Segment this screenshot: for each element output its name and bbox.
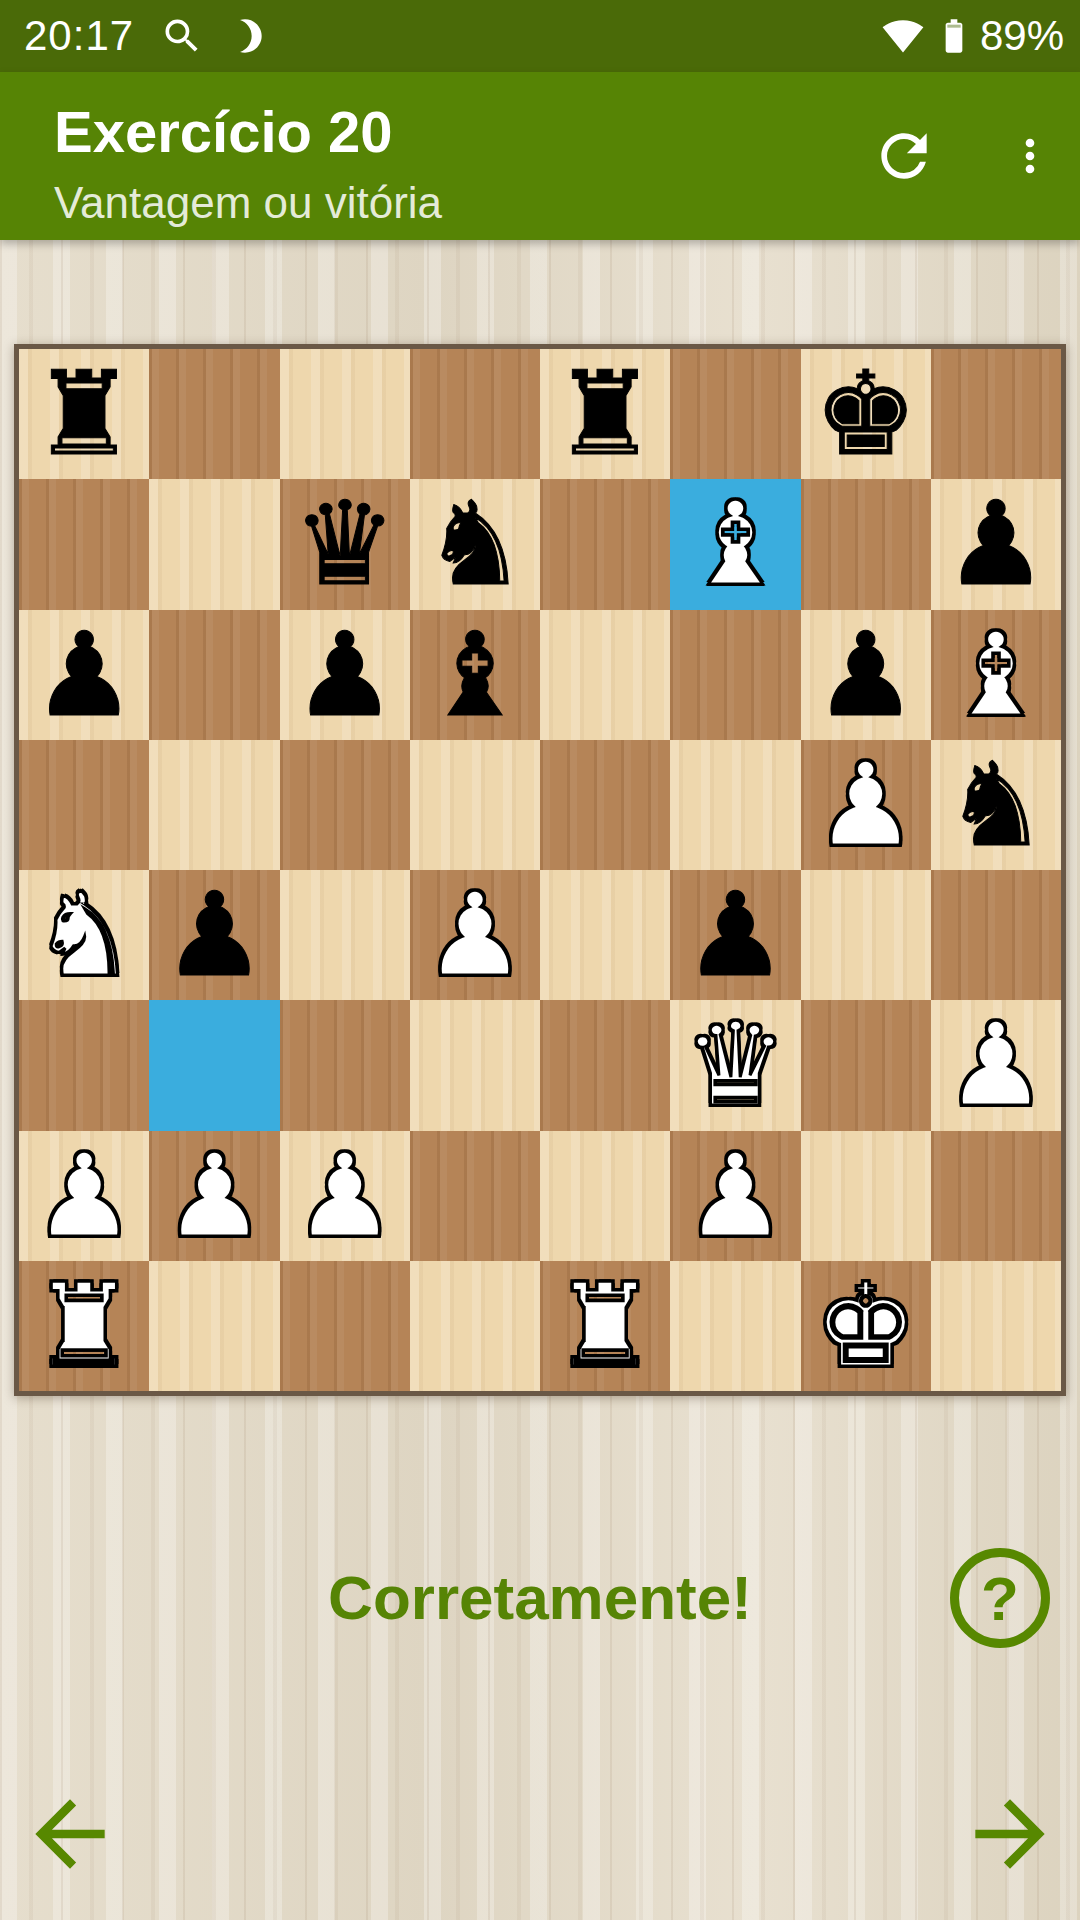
square-a8[interactable]: ♜: [19, 349, 149, 479]
square-h3[interactable]: ♟: [931, 1000, 1061, 1130]
previous-exercise-button[interactable]: [14, 1778, 126, 1890]
piece-bP-h7[interactable]: ♟: [944, 479, 1048, 609]
piece-wP-c2[interactable]: ♟: [293, 1131, 397, 1261]
chess-board: ♜♜♚♛♞♝♟♟♟♝♟♝♟♞♞♟♟♟♛♟♟♟♟♟♜♜♚: [14, 344, 1066, 1396]
piece-wP-f2[interactable]: ♟: [683, 1131, 787, 1261]
arrow-forward-icon: [958, 1782, 1062, 1886]
piece-wR-e1[interactable]: ♜: [553, 1261, 657, 1391]
square-e1[interactable]: ♜: [540, 1261, 670, 1391]
help-button[interactable]: ?: [950, 1548, 1050, 1648]
app-bar: Exercício 20 Vantagem ou vitória: [0, 72, 1080, 240]
square-g6[interactable]: ♟: [801, 610, 931, 740]
square-e8[interactable]: ♜: [540, 349, 670, 479]
square-e5[interactable]: [540, 740, 670, 870]
square-d5[interactable]: [410, 740, 540, 870]
square-g5[interactable]: ♟: [801, 740, 931, 870]
square-c5[interactable]: [280, 740, 410, 870]
square-b2[interactable]: ♟: [149, 1131, 279, 1261]
square-c2[interactable]: ♟: [280, 1131, 410, 1261]
status-bar: 20:17 89%: [0, 0, 1080, 72]
square-c1[interactable]: [280, 1261, 410, 1391]
square-a7[interactable]: [19, 479, 149, 609]
moon-icon: [230, 16, 270, 56]
refresh-button[interactable]: [870, 122, 938, 190]
square-h2[interactable]: [931, 1131, 1061, 1261]
wifi-icon: [882, 15, 924, 57]
square-f2[interactable]: ♟: [670, 1131, 800, 1261]
square-h5[interactable]: ♞: [931, 740, 1061, 870]
square-a1[interactable]: ♜: [19, 1261, 149, 1391]
piece-bP-g6[interactable]: ♟: [814, 610, 918, 740]
square-h7[interactable]: ♟: [931, 479, 1061, 609]
piece-bN-h5[interactable]: ♞: [944, 740, 1048, 870]
appbar-actions: [870, 72, 1056, 240]
piece-bB-d6[interactable]: ♝: [423, 610, 527, 740]
square-a3[interactable]: [19, 1000, 149, 1130]
piece-wP-g5[interactable]: ♟: [814, 740, 918, 870]
piece-wQ-f3[interactable]: ♛: [683, 1000, 787, 1130]
square-g8[interactable]: ♚: [801, 349, 931, 479]
square-c4[interactable]: [280, 870, 410, 1000]
square-f5[interactable]: [670, 740, 800, 870]
square-f4[interactable]: ♟: [670, 870, 800, 1000]
square-f1[interactable]: [670, 1261, 800, 1391]
square-b8[interactable]: [149, 349, 279, 479]
square-a6[interactable]: ♟: [19, 610, 149, 740]
square-c8[interactable]: [280, 349, 410, 479]
feedback-message: Corretamente!: [0, 1560, 1080, 1636]
square-d8[interactable]: [410, 349, 540, 479]
square-c6[interactable]: ♟: [280, 610, 410, 740]
piece-wB-f7[interactable]: ♝: [683, 479, 787, 609]
square-d2[interactable]: [410, 1131, 540, 1261]
page-subtitle: Vantagem ou vitória: [54, 178, 442, 228]
piece-wB-h6[interactable]: ♝: [944, 610, 1048, 740]
square-b1[interactable]: [149, 1261, 279, 1391]
piece-wP-h3[interactable]: ♟: [944, 1000, 1048, 1130]
square-d6[interactable]: ♝: [410, 610, 540, 740]
battery-percent: 89%: [980, 12, 1064, 60]
square-d7[interactable]: ♞: [410, 479, 540, 609]
square-g2[interactable]: [801, 1131, 931, 1261]
square-b4[interactable]: ♟: [149, 870, 279, 1000]
clock: 20:17: [24, 12, 134, 60]
square-e6[interactable]: [540, 610, 670, 740]
square-c3[interactable]: [280, 1000, 410, 1130]
square-d4[interactable]: ♟: [410, 870, 540, 1000]
screen: { "status_bar": { "time": "20:17", "batt…: [0, 0, 1080, 1920]
square-b5[interactable]: [149, 740, 279, 870]
piece-bP-c6[interactable]: ♟: [293, 610, 397, 740]
square-e4[interactable]: [540, 870, 670, 1000]
square-a2[interactable]: ♟: [19, 1131, 149, 1261]
square-a4[interactable]: ♞: [19, 870, 149, 1000]
piece-wP-a2[interactable]: ♟: [32, 1131, 136, 1261]
piece-bP-f4[interactable]: ♟: [683, 870, 787, 1000]
piece-bK-g8[interactable]: ♚: [814, 349, 918, 479]
square-g1[interactable]: ♚: [801, 1261, 931, 1391]
search-icon: [160, 14, 204, 58]
square-e3[interactable]: [540, 1000, 670, 1130]
square-d3[interactable]: [410, 1000, 540, 1130]
square-c7[interactable]: ♛: [280, 479, 410, 609]
square-f8[interactable]: [670, 349, 800, 479]
piece-bP-a6[interactable]: ♟: [32, 610, 136, 740]
square-f7[interactable]: ♝: [670, 479, 800, 609]
square-d1[interactable]: [410, 1261, 540, 1391]
square-g3[interactable]: [801, 1000, 931, 1130]
square-f6[interactable]: [670, 610, 800, 740]
square-b6[interactable]: [149, 610, 279, 740]
square-a5[interactable]: [19, 740, 149, 870]
square-f3[interactable]: ♛: [670, 1000, 800, 1130]
question-mark-icon: ?: [981, 1563, 1019, 1634]
piece-bQ-c7[interactable]: ♛: [293, 479, 397, 609]
page-title: Exercício 20: [54, 98, 393, 165]
overflow-menu-button[interactable]: [1004, 130, 1056, 182]
square-h4[interactable]: [931, 870, 1061, 1000]
square-b7[interactable]: [149, 479, 279, 609]
square-b3[interactable]: [149, 1000, 279, 1130]
piece-wP-b2[interactable]: ♟: [162, 1131, 266, 1261]
piece-bP-b4[interactable]: ♟: [162, 870, 266, 1000]
piece-bR-e8[interactable]: ♜: [553, 349, 657, 479]
square-e2[interactable]: [540, 1131, 670, 1261]
piece-wK-g1[interactable]: ♚: [814, 1261, 918, 1391]
square-h1[interactable]: [931, 1261, 1061, 1391]
square-h8[interactable]: [931, 349, 1061, 479]
piece-wR-a1[interactable]: ♜: [32, 1261, 136, 1391]
piece-bN-d7[interactable]: ♞: [423, 479, 527, 609]
battery-icon: [934, 10, 974, 62]
piece-bR-a8[interactable]: ♜: [32, 349, 136, 479]
next-exercise-button[interactable]: [954, 1778, 1066, 1890]
arrow-back-icon: [18, 1782, 122, 1886]
square-e7[interactable]: [540, 479, 670, 609]
status-right-cluster: 89%: [882, 0, 1064, 72]
piece-wN-a4[interactable]: ♞: [32, 870, 136, 1000]
square-h6[interactable]: ♝: [931, 610, 1061, 740]
square-g4[interactable]: [801, 870, 931, 1000]
piece-wP-d4[interactable]: ♟: [423, 870, 527, 1000]
square-g7[interactable]: [801, 479, 931, 609]
